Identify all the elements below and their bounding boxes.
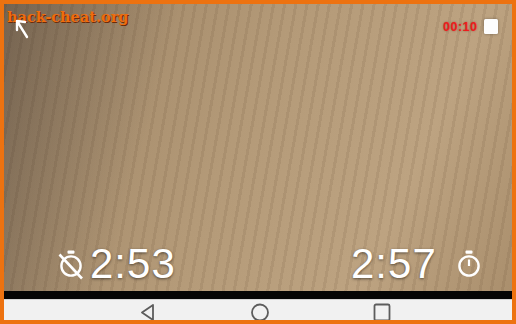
back-arrow-icon[interactable] [13,18,33,40]
nav-home-icon[interactable] [250,303,270,322]
recording-timer: 00:10 [443,20,477,34]
wood-table [4,4,516,291]
left-clock-time[interactable]: 2:53 [90,240,176,288]
nav-recents-icon[interactable] [372,303,392,322]
letterbox-strip [4,291,516,299]
camera-view: 87654321hgfedcbahgfedcba♜♟♟♜♞♟♛♟♟♞♝♚♟♚♟♟… [4,4,516,291]
screenshot-frame: 87654321hgfedcbahgfedcba♜♟♟♜♞♟♛♟♟♞♝♚♟♚♟♟… [0,0,516,324]
timer-icon [454,249,484,281]
nav-back-icon[interactable] [138,303,158,322]
right-clock-time[interactable]: 2:57 [351,240,437,288]
android-navbar [4,299,516,324]
timer-off-icon [56,249,86,281]
stop-recording-button[interactable] [484,19,498,34]
